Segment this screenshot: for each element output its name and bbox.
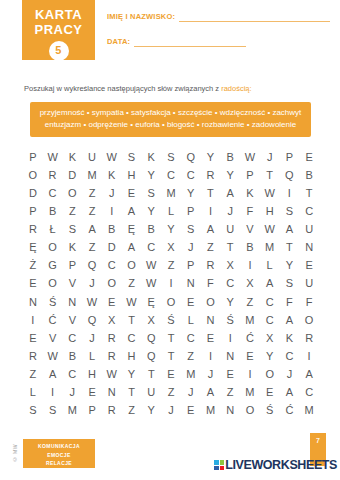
grid-cell-r12c15[interactable]: I (299, 347, 319, 365)
grid-cell-r8c12[interactable]: X (240, 274, 260, 292)
grid-cell-r12c13[interactable]: Y (260, 347, 280, 365)
copyright-text: © MW (12, 444, 18, 462)
worksheet-badge: KARTA PRACY 5 (22, 0, 95, 60)
grid-cell-r13c5[interactable]: W (102, 365, 122, 383)
grid-cell-r12c4[interactable]: L (82, 347, 102, 365)
grid-cell-r15c7[interactable]: Y (141, 401, 161, 419)
grid-cell-r9c2[interactable]: Ś (43, 293, 63, 311)
grid-cell-r12c1[interactable]: R (23, 347, 43, 365)
grid-cell-r6c14[interactable]: T (280, 238, 300, 256)
grid-cell-r6c8[interactable]: X (161, 238, 181, 256)
grid-cell-r1c1[interactable]: P (23, 148, 43, 166)
grid-cell-r13c14[interactable]: J (280, 365, 300, 383)
grid-cell-r12c3[interactable]: B (62, 347, 82, 365)
word-bank: przyjemność • sympatia • satysfakcja • s… (30, 102, 311, 137)
grid-cell-r9c8[interactable]: O (161, 293, 181, 311)
grid-cell-r12c5[interactable]: R (102, 347, 122, 365)
grid-cell-r7c15[interactable]: E (299, 256, 319, 274)
grid-cell-r3c5[interactable]: J (102, 184, 122, 202)
grid-cell-r5c1[interactable]: R (23, 220, 43, 238)
grid-cell-r11c4[interactable]: J (82, 329, 102, 347)
grid-cell-r5c13[interactable]: W (260, 220, 280, 238)
grid-cell-r1c10[interactable]: Y (201, 148, 221, 166)
grid-cell-r11c10[interactable]: E (201, 329, 221, 347)
grid-cell-r8c6[interactable]: Z (122, 274, 142, 292)
grid-cell-r10c4[interactable]: Q (82, 311, 102, 329)
grid-cell-r10c3[interactable]: V (62, 311, 82, 329)
grid-cell-r4c2[interactable]: B (43, 202, 63, 220)
grid-cell-r6c12[interactable]: B (240, 238, 260, 256)
grid-cell-r10c1[interactable]: I (23, 311, 43, 329)
grid-cell-r15c6[interactable]: Z (122, 401, 142, 419)
grid-cell-r7c14[interactable]: Y (280, 256, 300, 274)
grid-cell-r9c3[interactable]: N (62, 293, 82, 311)
grid-cell-r2c14[interactable]: Q (280, 166, 300, 184)
grid-cell-r6c10[interactable]: Z (201, 238, 221, 256)
grid-cell-r12c10[interactable]: I (201, 347, 221, 365)
grid-cell-r3c11[interactable]: A (220, 184, 240, 202)
grid-cell-r4c7[interactable]: Y (141, 202, 161, 220)
grid-cell-r13c4[interactable]: H (82, 365, 102, 383)
grid-cell-r10c9[interactable]: L (181, 311, 201, 329)
grid-cell-r8c5[interactable]: O (102, 274, 122, 292)
grid-cell-r9c1[interactable]: N (23, 293, 43, 311)
grid-cell-r7c13[interactable]: L (260, 256, 280, 274)
grid-cell-r12c7[interactable]: Q (141, 347, 161, 365)
grid-cell-r14c15[interactable]: C (299, 383, 319, 401)
grid-cell-r15c9[interactable]: E (181, 401, 201, 419)
grid-cell-r15c3[interactable]: M (62, 401, 82, 419)
grid-cell-r10c10[interactable]: N (201, 311, 221, 329)
date-label: DATA: (107, 37, 130, 47)
grid-cell-r15c8[interactable]: J (161, 401, 181, 419)
grid-cell-r8c3[interactable]: V (62, 274, 82, 292)
grid-cell-r1c8[interactable]: S (161, 148, 181, 166)
grid-cell-r4c15[interactable]: C (299, 202, 319, 220)
grid-cell-r2c13[interactable]: T (260, 166, 280, 184)
grid-cell-r5c7[interactable]: B (141, 220, 161, 238)
grid-cell-r4c10[interactable]: I (201, 202, 221, 220)
grid-cell-r3c14[interactable]: I (280, 184, 300, 202)
grid-cell-r2c15[interactable]: B (299, 166, 319, 184)
grid-cell-r9c9[interactable]: E (181, 293, 201, 311)
grid-cell-r6c11[interactable]: T (220, 238, 240, 256)
grid-cell-r15c5[interactable]: R (102, 401, 122, 419)
grid-cell-r12c12[interactable]: E (240, 347, 260, 365)
grid-cell-r14c5[interactable]: N (102, 383, 122, 401)
grid-cell-r7c10[interactable]: R (201, 256, 221, 274)
grid-cell-r14c9[interactable]: J (181, 383, 201, 401)
grid-cell-r2c6[interactable]: H (122, 166, 142, 184)
grid-cell-r6c2[interactable]: O (43, 238, 63, 256)
grid-cell-r2c3[interactable]: D (62, 166, 82, 184)
grid-cell-r8c9[interactable]: N (181, 274, 201, 292)
tag-emocje: EMOCJE (23, 451, 95, 460)
badge-title-line2: PRACY (22, 22, 95, 37)
grid-cell-r8c8[interactable]: I (161, 274, 181, 292)
instruction-prefix: Poszukaj w wykreślance następujących słó… (24, 84, 221, 93)
grid-cell-r13c11[interactable]: E (220, 365, 240, 383)
grid-cell-r2c11[interactable]: Y (220, 166, 240, 184)
grid-cell-r5c15[interactable]: U (299, 220, 319, 238)
grid-cell-r14c10[interactable]: A (201, 383, 221, 401)
grid-cell-r13c9[interactable]: M (181, 365, 201, 383)
grid-cell-r2c4[interactable]: M (82, 166, 102, 184)
grid-cell-r10c12[interactable]: M (240, 311, 260, 329)
grid-cell-r10c6[interactable]: T (122, 311, 142, 329)
grid-cell-r11c13[interactable]: X (260, 329, 280, 347)
grid-cell-r8c15[interactable]: U (299, 274, 319, 292)
grid-cell-r4c1[interactable]: P (23, 202, 43, 220)
grid-cell-r7c11[interactable]: X (220, 256, 240, 274)
grid-cell-r15c15[interactable]: M (299, 401, 319, 419)
grid-cell-r1c2[interactable]: W (43, 148, 63, 166)
grid-cell-r4c6[interactable]: A (122, 202, 142, 220)
grid-cell-r13c13[interactable]: O (260, 365, 280, 383)
grid-cell-r13c15[interactable]: A (299, 365, 319, 383)
grid-cell-r15c1[interactable]: S (23, 401, 43, 419)
grid-cell-r9c6[interactable]: W (122, 293, 142, 311)
grid-cell-r5c4[interactable]: A (82, 220, 102, 238)
grid-cell-r4c8[interactable]: L (161, 202, 181, 220)
grid-cell-r12c14[interactable]: C (280, 347, 300, 365)
grid-cell-r2c1[interactable]: O (23, 166, 43, 184)
grid-cell-r1c12[interactable]: W (240, 148, 260, 166)
grid-cell-r3c10[interactable]: T (201, 184, 221, 202)
grid-cell-r14c2[interactable]: I (43, 383, 63, 401)
grid-cell-r3c13[interactable]: W (260, 184, 280, 202)
grid-cell-r3c12[interactable]: K (240, 184, 260, 202)
grid-cell-r15c11[interactable]: N (220, 401, 240, 419)
grid-cell-r6c7[interactable]: C (141, 238, 161, 256)
grid-cell-r14c4[interactable]: E (82, 383, 102, 401)
grid-cell-r3c15[interactable]: T (299, 184, 319, 202)
grid-cell-r6c3[interactable]: K (62, 238, 82, 256)
grid-cell-r2c5[interactable]: K (102, 166, 122, 184)
grid-cell-r13c3[interactable]: C (62, 365, 82, 383)
grid-cell-r13c6[interactable]: Y (122, 365, 142, 383)
grid-cell-r11c14[interactable]: K (280, 329, 300, 347)
grid-cell-r1c9[interactable]: Q (181, 148, 201, 166)
grid-cell-r7c9[interactable]: P (181, 256, 201, 274)
grid-cell-r14c8[interactable]: Z (161, 383, 181, 401)
grid-cell-r7c5[interactable]: C (102, 256, 122, 274)
grid-cell-r15c4[interactable]: P (82, 401, 102, 419)
grid-cell-r5c12[interactable]: V (240, 220, 260, 238)
grid-cell-r4c12[interactable]: F (240, 202, 260, 220)
grid-cell-r14c12[interactable]: M (240, 383, 260, 401)
grid-cell-r5c8[interactable]: Y (161, 220, 181, 238)
grid-cell-r12c2[interactable]: W (43, 347, 63, 365)
grid-cell-r9c15[interactable]: F (299, 293, 319, 311)
grid-cell-r5c2[interactable]: Ł (43, 220, 63, 238)
grid-cell-r14c13[interactable]: E (260, 383, 280, 401)
grid-cell-r2c8[interactable]: C (161, 166, 181, 184)
grid-cell-r15c12[interactable]: O (240, 401, 260, 419)
grid-cell-r7c1[interactable]: Ż (23, 256, 43, 274)
grid-cell-r6c13[interactable]: M (260, 238, 280, 256)
name-label: IMIĘ I NAZWISKO: (107, 12, 175, 22)
grid-cell-r1c15[interactable]: E (299, 148, 319, 166)
grid-cell-r9c10[interactable]: O (201, 293, 221, 311)
grid-cell-r12c9[interactable]: Z (181, 347, 201, 365)
grid-cell-r8c7[interactable]: W (141, 274, 161, 292)
grid-cell-r13c10[interactable]: J (201, 365, 221, 383)
grid-cell-r5c11[interactable]: U (220, 220, 240, 238)
grid-cell-r3c2[interactable]: C (43, 184, 63, 202)
grid-cell-r3c8[interactable]: M (161, 184, 181, 202)
grid-cell-r3c6[interactable]: E (122, 184, 142, 202)
grid-cell-r6c6[interactable]: A (122, 238, 142, 256)
grid-cell-r15c14[interactable]: Ć (280, 401, 300, 419)
grid-cell-r5c3[interactable]: S (62, 220, 82, 238)
grid-cell-r15c2[interactable]: S (43, 401, 63, 419)
worksheet-number-circle: 5 (49, 41, 69, 61)
grid-cell-r10c7[interactable]: X (141, 311, 161, 329)
grid-cell-r3c1[interactable]: D (23, 184, 43, 202)
grid-cell-r7c3[interactable]: P (62, 256, 82, 274)
grid-cell-r10c15[interactable]: O (299, 311, 319, 329)
grid-cell-r11c7[interactable]: Q (141, 329, 161, 347)
grid-cell-r8c14[interactable]: S (280, 274, 300, 292)
grid-cell-r11c12[interactable]: Ć (240, 329, 260, 347)
grid-cell-r9c5[interactable]: E (102, 293, 122, 311)
grid-cell-r11c5[interactable]: R (102, 329, 122, 347)
grid-cell-r4c3[interactable]: Z (62, 202, 82, 220)
grid-cell-r1c11[interactable]: B (220, 148, 240, 166)
badge-title-line1: KARTA (22, 7, 95, 22)
grid-cell-r11c11[interactable]: I (220, 329, 240, 347)
grid-cell-r11c9[interactable]: C (181, 329, 201, 347)
grid-cell-r11c8[interactable]: T (161, 329, 181, 347)
word-bank-line2: entuzjazm • odprężenie • euforia • błogo… (36, 119, 305, 131)
grid-cell-r9c13[interactable]: C (260, 293, 280, 311)
instruction-highlight: radością: (221, 84, 251, 93)
grid-cell-r4c13[interactable]: H (260, 202, 280, 220)
worksheet-number: 5 (55, 44, 62, 57)
grid-cell-r9c7[interactable]: Ę (141, 293, 161, 311)
grid-cell-r4c4[interactable]: Z (82, 202, 102, 220)
grid-cell-r9c4[interactable]: W (82, 293, 102, 311)
grid-cell-r4c14[interactable]: S (280, 202, 300, 220)
grid-cell-r9c14[interactable]: F (280, 293, 300, 311)
grid-cell-r8c1[interactable]: E (23, 274, 43, 292)
grid-cell-r1c5[interactable]: W (102, 148, 122, 166)
grid-cell-r1c13[interactable]: J (260, 148, 280, 166)
name-field-row: IMIĘ I NAZWISKO: (107, 12, 330, 22)
grid-cell-r10c13[interactable]: C (260, 311, 280, 329)
grid-cell-r14c14[interactable]: A (280, 383, 300, 401)
grid-cell-r13c1[interactable]: Z (23, 365, 43, 383)
grid-cell-r4c11[interactable]: J (220, 202, 240, 220)
grid-cell-r14c7[interactable]: U (141, 383, 161, 401)
instruction-text: Poszukaj w wykreślance następujących słó… (24, 84, 252, 93)
grid-cell-r5c10[interactable]: A (201, 220, 221, 238)
grid-cell-r6c5[interactable]: D (102, 238, 122, 256)
grid-cell-r7c6[interactable]: O (122, 256, 142, 274)
date-field-row: DATA: (107, 37, 246, 47)
grid-cell-r12c11[interactable]: N (220, 347, 240, 365)
grid-cell-r13c8[interactable]: E (161, 365, 181, 383)
grid-cell-r2c10[interactable]: R (201, 166, 221, 184)
grid-cell-r8c10[interactable]: F (201, 274, 221, 292)
grid-cell-r11c2[interactable]: V (43, 329, 63, 347)
grid-cell-r10c11[interactable]: Ś (220, 311, 240, 329)
liveworksheets-logo-icon (214, 460, 224, 470)
grid-cell-r3c4[interactable]: Z (82, 184, 102, 202)
grid-cell-r14c1[interactable]: L (23, 383, 43, 401)
word-bank-line1: przyjemność • sympatia • satysfakcja • s… (36, 107, 305, 119)
grid-cell-r14c6[interactable]: T (122, 383, 142, 401)
grid-cell-r8c13[interactable]: A (260, 274, 280, 292)
grid-cell-r14c11[interactable]: Z (220, 383, 240, 401)
grid-cell-r5c5[interactable]: B (102, 220, 122, 238)
grid-cell-r8c4[interactable]: J (82, 274, 102, 292)
grid-cell-r9c11[interactable]: Y (220, 293, 240, 311)
grid-cell-r10c2[interactable]: Ć (43, 311, 63, 329)
grid-cell-r13c2[interactable]: A (43, 365, 63, 383)
grid-cell-r12c6[interactable]: H (122, 347, 142, 365)
grid-cell-r5c14[interactable]: A (280, 220, 300, 238)
grid-cell-r13c12[interactable]: I (240, 365, 260, 383)
grid-cell-r13c7[interactable]: T (141, 365, 161, 383)
grid-cell-r6c9[interactable]: J (181, 238, 201, 256)
grid-cell-r2c7[interactable]: Y (141, 166, 161, 184)
grid-cell-r1c7[interactable]: K (141, 148, 161, 166)
grid-cell-r1c14[interactable]: P (280, 148, 300, 166)
page-number: 7 (316, 437, 320, 444)
grid-cell-r10c5[interactable]: X (102, 311, 122, 329)
grid-cell-r1c4[interactable]: U (82, 148, 102, 166)
name-input-line[interactable] (179, 12, 330, 22)
grid-cell-r11c3[interactable]: C (62, 329, 82, 347)
grid-cell-r6c1[interactable]: Ę (23, 238, 43, 256)
grid-cell-r7c7[interactable]: W (141, 256, 161, 274)
grid-cell-r3c7[interactable]: S (141, 184, 161, 202)
grid-cell-r1c3[interactable]: K (62, 148, 82, 166)
date-input-line[interactable] (134, 37, 246, 47)
grid-cell-r7c4[interactable]: Q (82, 256, 102, 274)
grid-cell-r9c12[interactable]: Z (240, 293, 260, 311)
grid-cell-r7c8[interactable]: Z (161, 256, 181, 274)
grid-cell-r4c9[interactable]: P (181, 202, 201, 220)
tag-relacje: RELACJE (23, 459, 95, 468)
grid-cell-r15c10[interactable]: M (201, 401, 221, 419)
grid-cell-r12c8[interactable]: T (161, 347, 181, 365)
grid-cell-r7c12[interactable]: I (240, 256, 260, 274)
grid-cell-r2c2[interactable]: R (43, 166, 63, 184)
grid-cell-r11c15[interactable]: R (299, 329, 319, 347)
grid-cell-r5c6[interactable]: Ę (122, 220, 142, 238)
grid-cell-r10c8[interactable]: Ś (161, 311, 181, 329)
grid-cell-r11c6[interactable]: C (122, 329, 142, 347)
grid-cell-r2c9[interactable]: C (181, 166, 201, 184)
tag-komunikacja: KOMUNIKACJA (23, 442, 95, 451)
grid-cell-r4c5[interactable]: I (102, 202, 122, 220)
grid-cell-r8c11[interactable]: C (220, 274, 240, 292)
grid-cell-r10c14[interactable]: A (280, 311, 300, 329)
grid-cell-r3c9[interactable]: Y (181, 184, 201, 202)
grid-cell-r8c2[interactable]: O (43, 274, 63, 292)
grid-cell-r15c13[interactable]: Ś (260, 401, 280, 419)
word-search-grid: PWKUWSKSQYBWJPEORDMKHYCCRYPTQBDCOZJESMYT… (23, 148, 319, 419)
grid-cell-r3c3[interactable]: O (62, 184, 82, 202)
grid-cell-r7c2[interactable]: G (43, 256, 63, 274)
grid-cell-r11c1[interactable]: E (23, 329, 43, 347)
liveworksheets-logo-text: LIVEWORKSHEETS (225, 458, 337, 472)
grid-cell-r6c4[interactable]: Z (82, 238, 102, 256)
grid-cell-r6c15[interactable]: N (299, 238, 319, 256)
grid-cell-r1c6[interactable]: S (122, 148, 142, 166)
topic-tags-box: KOMUNIKACJA EMOCJE RELACJE (23, 439, 95, 468)
grid-cell-r14c3[interactable]: J (62, 383, 82, 401)
grid-cell-r2c12[interactable]: P (240, 166, 260, 184)
liveworksheets-logo[interactable]: LIVEWORKSHEETS (214, 458, 337, 472)
grid-cell-r5c9[interactable]: S (181, 220, 201, 238)
